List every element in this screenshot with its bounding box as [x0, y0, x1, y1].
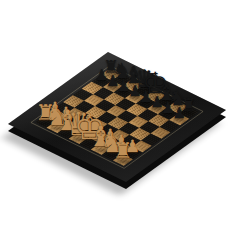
chess-set-photo: ♜♞♝♛♚♝♞♜♟♟♟♟♟♟♟♟♟♟♟♟♟♟♟♟♜♞♝♛♚♝♞♜	[0, 0, 228, 228]
chess-board	[8, 52, 226, 182]
